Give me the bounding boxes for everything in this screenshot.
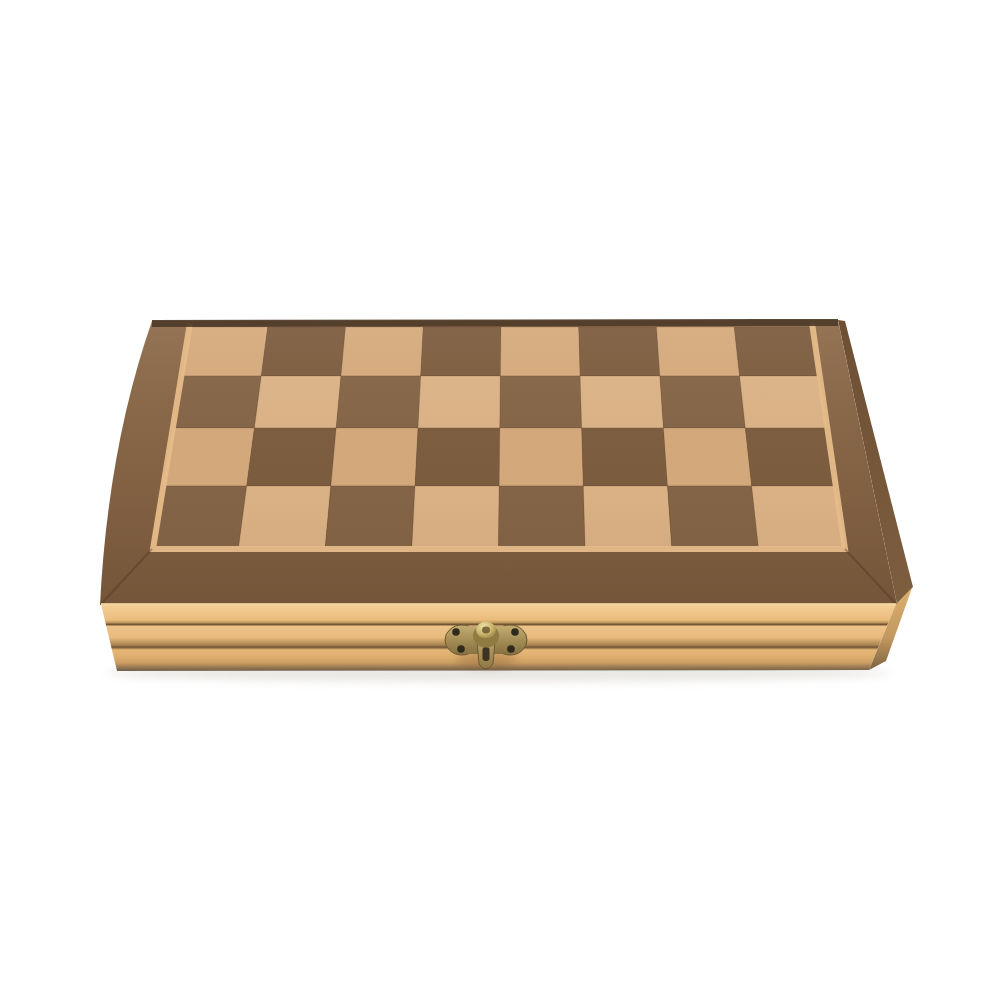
latch-screw (511, 628, 519, 636)
board-cell (740, 376, 828, 428)
board-cell (745, 428, 836, 486)
chess-box-svg (0, 0, 1000, 1000)
board-cell (261, 327, 345, 376)
board-cell (668, 486, 759, 547)
board-cell (331, 428, 418, 486)
board-cell (580, 376, 663, 428)
board-cell (163, 428, 255, 486)
board-cell (421, 327, 501, 376)
board-cell (500, 376, 582, 428)
product-photo: Closed wooden folding chess box with inl… (0, 0, 1000, 1000)
board-cell (239, 486, 331, 547)
board-cell (499, 486, 586, 547)
board-cell (152, 486, 247, 547)
board-fold-seam (152, 319, 838, 327)
board-cell (412, 486, 499, 547)
board-cell (582, 428, 668, 486)
board-cell (418, 376, 500, 428)
board-cell (341, 327, 423, 376)
board-cell (583, 486, 671, 547)
latch-screw (507, 645, 515, 653)
board-cell (415, 428, 500, 486)
latch-screw (452, 628, 460, 636)
latch-screw (457, 645, 465, 653)
board-cell (336, 376, 421, 428)
board-cell (499, 428, 583, 486)
board-cell (657, 327, 740, 376)
board-cell (254, 376, 341, 428)
board-cell (173, 376, 262, 428)
board-cell (500, 327, 580, 376)
board-cell (579, 327, 660, 376)
latch-hook-slot (483, 647, 490, 661)
board-cell (182, 327, 268, 376)
board-cells (152, 327, 845, 547)
board-cell (247, 428, 337, 486)
board-cell (664, 428, 752, 486)
board-cell (734, 327, 819, 376)
board-cell (752, 486, 845, 547)
board-cell (325, 486, 415, 547)
board-cell (660, 376, 745, 428)
latch-knob-ring (482, 627, 490, 634)
